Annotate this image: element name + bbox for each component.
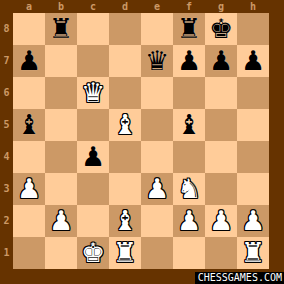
rank-label-5: 5	[0, 109, 13, 141]
black-pawn-a7[interactable]: ♟	[13, 45, 45, 77]
square-e5[interactable]	[141, 109, 173, 141]
square-f4[interactable]	[173, 141, 205, 173]
black-pawn-f7[interactable]: ♟	[173, 45, 205, 77]
square-f7[interactable]: ♟	[173, 45, 205, 77]
black-bishop-f5[interactable]: ♝	[173, 109, 205, 141]
square-g5[interactable]	[205, 109, 237, 141]
white-king-c1[interactable]: ♚	[77, 237, 109, 269]
square-c7[interactable]	[77, 45, 109, 77]
square-c8[interactable]	[77, 13, 109, 45]
rank-label-2: 2	[0, 205, 13, 237]
square-e4[interactable]	[141, 141, 173, 173]
square-d3[interactable]	[109, 173, 141, 205]
square-a4[interactable]	[13, 141, 45, 173]
square-h7[interactable]: ♟	[237, 45, 269, 77]
file-label-b: b	[45, 0, 77, 13]
rank-label-6: 6	[0, 77, 13, 109]
square-f3[interactable]: ♞	[173, 173, 205, 205]
white-bishop-d5[interactable]: ♝	[109, 109, 141, 141]
square-f2[interactable]: ♟	[173, 205, 205, 237]
white-rook-d1[interactable]: ♜	[109, 237, 141, 269]
square-g6[interactable]	[205, 77, 237, 109]
file-label-a: a	[13, 0, 45, 13]
white-pawn-h2[interactable]: ♟	[237, 205, 269, 237]
square-g2[interactable]: ♟	[205, 205, 237, 237]
square-g1[interactable]	[205, 237, 237, 269]
square-h1[interactable]: ♜	[237, 237, 269, 269]
white-pawn-a3[interactable]: ♟	[13, 173, 45, 205]
square-e7[interactable]: ♛	[141, 45, 173, 77]
square-g3[interactable]	[205, 173, 237, 205]
file-label-c: c	[77, 0, 109, 13]
black-king-g8[interactable]: ♚	[205, 13, 237, 45]
white-pawn-g2[interactable]: ♟	[205, 205, 237, 237]
square-b4[interactable]	[45, 141, 77, 173]
square-b2[interactable]: ♟	[45, 205, 77, 237]
square-d2[interactable]: ♝	[109, 205, 141, 237]
square-b7[interactable]	[45, 45, 77, 77]
square-c5[interactable]	[77, 109, 109, 141]
square-h2[interactable]: ♟	[237, 205, 269, 237]
white-knight-f3[interactable]: ♞	[173, 173, 205, 205]
square-e1[interactable]	[141, 237, 173, 269]
rank-label-8: 8	[0, 13, 13, 45]
square-h8[interactable]	[237, 13, 269, 45]
rank-label-4: 4	[0, 141, 13, 173]
square-a7[interactable]: ♟	[13, 45, 45, 77]
file-label-e: e	[141, 0, 173, 13]
black-queen-e7[interactable]: ♛	[141, 45, 173, 77]
white-pawn-f2[interactable]: ♟	[173, 205, 205, 237]
black-rook-b8[interactable]: ♜	[45, 13, 77, 45]
rank-label-7: 7	[0, 45, 13, 77]
square-d8[interactable]	[109, 13, 141, 45]
square-e8[interactable]	[141, 13, 173, 45]
square-a3[interactable]: ♟	[13, 173, 45, 205]
square-g4[interactable]	[205, 141, 237, 173]
file-labels: abcdefgh	[13, 0, 269, 13]
square-h5[interactable]	[237, 109, 269, 141]
square-e6[interactable]	[141, 77, 173, 109]
file-label-g: g	[205, 0, 237, 13]
square-e3[interactable]: ♟	[141, 173, 173, 205]
square-a8[interactable]	[13, 13, 45, 45]
watermark: CHESSGAMES.COM	[195, 272, 284, 284]
file-label-f: f	[173, 0, 205, 13]
rank-label-3: 3	[0, 173, 13, 205]
file-label-d: d	[109, 0, 141, 13]
square-f6[interactable]	[173, 77, 205, 109]
square-a5[interactable]: ♝	[13, 109, 45, 141]
square-b5[interactable]	[45, 109, 77, 141]
file-label-h: h	[237, 0, 269, 13]
square-f8[interactable]: ♜	[173, 13, 205, 45]
square-c4[interactable]: ♟	[77, 141, 109, 173]
black-pawn-c4[interactable]: ♟	[77, 141, 109, 173]
black-rook-f8[interactable]: ♜	[173, 13, 205, 45]
square-c1[interactable]: ♚	[77, 237, 109, 269]
square-h4[interactable]	[237, 141, 269, 173]
chess-diagram: abcdefgh 87654321 ♜♜♚♟♛♟♟♟♛♝♝♝♟♟♟♞♟♝♟♟♟♚…	[0, 0, 284, 284]
square-h6[interactable]	[237, 77, 269, 109]
square-f1[interactable]	[173, 237, 205, 269]
square-d7[interactable]	[109, 45, 141, 77]
rank-label-1: 1	[0, 237, 13, 269]
white-pawn-e3[interactable]: ♟	[141, 173, 173, 205]
white-pawn-b2[interactable]: ♟	[45, 205, 77, 237]
square-d1[interactable]: ♜	[109, 237, 141, 269]
square-g8[interactable]: ♚	[205, 13, 237, 45]
square-f5[interactable]: ♝	[173, 109, 205, 141]
square-d5[interactable]: ♝	[109, 109, 141, 141]
square-a6[interactable]	[13, 77, 45, 109]
square-g7[interactable]: ♟	[205, 45, 237, 77]
square-d6[interactable]	[109, 77, 141, 109]
white-bishop-d2[interactable]: ♝	[109, 205, 141, 237]
square-c6[interactable]: ♛	[77, 77, 109, 109]
black-bishop-a5[interactable]: ♝	[13, 109, 45, 141]
rank-labels: 87654321	[0, 13, 13, 269]
white-rook-h1[interactable]: ♜	[237, 237, 269, 269]
square-b8[interactable]: ♜	[45, 13, 77, 45]
square-b3[interactable]	[45, 173, 77, 205]
square-c3[interactable]	[77, 173, 109, 205]
square-b1[interactable]	[45, 237, 77, 269]
square-d4[interactable]	[109, 141, 141, 173]
square-h3[interactable]	[237, 173, 269, 205]
square-c2[interactable]	[77, 205, 109, 237]
square-a1[interactable]	[13, 237, 45, 269]
white-queen-c6[interactable]: ♛	[77, 77, 109, 109]
square-e2[interactable]	[141, 205, 173, 237]
square-b6[interactable]	[45, 77, 77, 109]
chess-board: ♜♜♚♟♛♟♟♟♛♝♝♝♟♟♟♞♟♝♟♟♟♚♜♜	[13, 13, 269, 269]
square-a2[interactable]	[13, 205, 45, 237]
black-pawn-g7[interactable]: ♟	[205, 45, 237, 77]
black-pawn-h7[interactable]: ♟	[237, 45, 269, 77]
